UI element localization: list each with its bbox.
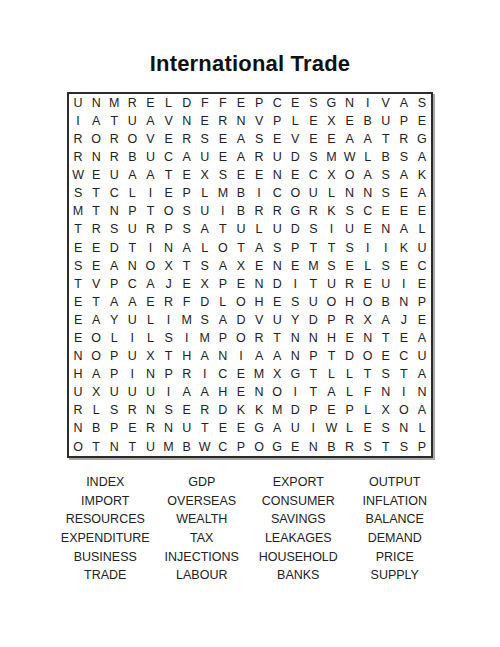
grid-cell[interactable]: R (69, 148, 87, 166)
grid-cell[interactable]: R (87, 221, 105, 239)
grid-cell[interactable]: E (413, 275, 431, 293)
grid-cell[interactable]: D (268, 275, 286, 293)
grid-cell[interactable]: O (141, 257, 159, 275)
grid-cell[interactable]: U (196, 148, 214, 166)
grid-cell[interactable]: M (160, 438, 178, 456)
grid-cell[interactable]: E (232, 420, 250, 438)
grid-cell[interactable]: L (250, 221, 268, 239)
grid-cell[interactable]: H (322, 329, 340, 347)
grid-cell[interactable]: E (322, 402, 340, 420)
grid-cell[interactable]: G (413, 130, 431, 148)
grid-cell[interactable]: S (105, 402, 123, 420)
grid-cell[interactable]: U (377, 112, 395, 130)
grid-cell[interactable]: E (178, 402, 196, 420)
grid-cell[interactable]: R (250, 203, 268, 221)
grid-cell[interactable]: R (105, 130, 123, 148)
grid-cell[interactable]: E (214, 420, 232, 438)
grid-cell[interactable]: P (123, 203, 141, 221)
grid-cell[interactable]: I (250, 184, 268, 202)
grid-cell[interactable]: V (87, 275, 105, 293)
grid-cell[interactable]: U (105, 384, 123, 402)
grid-cell[interactable]: E (359, 420, 377, 438)
grid-cell[interactable]: T (304, 275, 322, 293)
grid-cell[interactable]: B (87, 420, 105, 438)
grid-cell[interactable]: S (196, 130, 214, 148)
word-item[interactable]: DEMAND (348, 529, 443, 548)
grid-cell[interactable]: N (160, 420, 178, 438)
grid-cell[interactable]: P (322, 311, 340, 329)
grid-cell[interactable]: E (141, 94, 159, 112)
grid-cell[interactable]: A (214, 257, 232, 275)
grid-cell[interactable]: N (250, 275, 268, 293)
grid-cell[interactable]: E (87, 239, 105, 257)
grid-cell[interactable]: U (268, 148, 286, 166)
grid-cell[interactable]: A (395, 94, 413, 112)
grid-cell[interactable]: L (322, 365, 340, 383)
grid-cell[interactable]: X (359, 311, 377, 329)
grid-cell[interactable]: C (304, 166, 322, 184)
grid-cell[interactable]: O (232, 293, 250, 311)
grid-cell[interactable]: U (304, 293, 322, 311)
grid-cell[interactable]: E (377, 203, 395, 221)
grid-cell[interactable]: N (395, 420, 413, 438)
grid-cell[interactable]: T (196, 420, 214, 438)
grid-cell[interactable]: E (286, 257, 304, 275)
grid-cell[interactable]: R (214, 112, 232, 130)
grid-cell[interactable]: O (359, 293, 377, 311)
grid-cell[interactable]: X (196, 166, 214, 184)
grid-cell[interactable]: C (105, 184, 123, 202)
grid-cell[interactable]: R (141, 221, 159, 239)
grid-cell[interactable]: L (196, 239, 214, 257)
grid-cell[interactable]: T (377, 130, 395, 148)
grid-cell[interactable]: E (413, 203, 431, 221)
grid-cell[interactable]: E (123, 420, 141, 438)
grid-cell[interactable]: I (377, 239, 395, 257)
grid-cell[interactable]: W (69, 166, 87, 184)
grid-cell[interactable]: U (123, 347, 141, 365)
grid-cell[interactable]: L (322, 184, 340, 202)
grid-cell[interactable]: A (141, 275, 159, 293)
grid-cell[interactable]: V (250, 112, 268, 130)
grid-cell[interactable]: N (178, 112, 196, 130)
grid-cell[interactable]: U (413, 239, 431, 257)
grid-cell[interactable]: R (395, 130, 413, 148)
grid-cell[interactable]: L (214, 293, 232, 311)
grid-cell[interactable]: I (160, 311, 178, 329)
grid-cell[interactable]: J (395, 311, 413, 329)
grid-cell[interactable]: X (141, 347, 159, 365)
grid-cell[interactable]: L (341, 384, 359, 402)
grid-cell[interactable]: I (286, 384, 304, 402)
grid-cell[interactable]: P (304, 402, 322, 420)
grid-cell[interactable]: S (341, 239, 359, 257)
word-item[interactable]: HOUSEHOLD (251, 548, 346, 567)
grid-cell[interactable]: T (395, 365, 413, 383)
grid-cell[interactable]: I (214, 203, 232, 221)
grid-cell[interactable]: U (141, 384, 159, 402)
grid-cell[interactable]: P (105, 420, 123, 438)
grid-cell[interactable]: R (341, 311, 359, 329)
grid-cell[interactable]: Y (286, 311, 304, 329)
grid-cell[interactable]: D (286, 221, 304, 239)
word-item[interactable]: GDP (155, 473, 250, 492)
grid-cell[interactable]: M (105, 94, 123, 112)
grid-cell[interactable]: C (395, 347, 413, 365)
grid-cell[interactable]: I (141, 239, 159, 257)
grid-cell[interactable]: U (377, 275, 395, 293)
word-item[interactable]: INFLATION (348, 492, 443, 511)
grid-cell[interactable]: A (413, 329, 431, 347)
grid-cell[interactable]: S (178, 221, 196, 239)
grid-cell[interactable]: E (232, 275, 250, 293)
grid-cell[interactable]: T (268, 329, 286, 347)
grid-cell[interactable]: L (87, 402, 105, 420)
grid-cell[interactable]: T (214, 221, 232, 239)
grid-cell[interactable]: U (232, 221, 250, 239)
grid-cell[interactable]: E (359, 221, 377, 239)
grid-cell[interactable]: S (377, 365, 395, 383)
grid-cell[interactable]: E (341, 257, 359, 275)
grid-cell[interactable]: L (141, 311, 159, 329)
grid-cell[interactable]: X (322, 112, 340, 130)
grid-cell[interactable]: E (395, 203, 413, 221)
grid-cell[interactable]: L (359, 257, 377, 275)
grid-cell[interactable]: T (87, 184, 105, 202)
grid-cell[interactable]: K (395, 239, 413, 257)
grid-cell[interactable]: I (359, 239, 377, 257)
grid-cell[interactable]: F (196, 94, 214, 112)
grid-cell[interactable]: U (69, 94, 87, 112)
grid-cell[interactable]: E (413, 112, 431, 130)
grid-cell[interactable]: U (123, 311, 141, 329)
grid-cell[interactable]: S (304, 221, 322, 239)
grid-cell[interactable]: N (304, 438, 322, 456)
grid-cell[interactable]: N (69, 347, 87, 365)
grid-cell[interactable]: L (341, 420, 359, 438)
grid-cell[interactable]: S (395, 438, 413, 456)
grid-cell[interactable]: D (232, 311, 250, 329)
grid-cell[interactable]: B (322, 438, 340, 456)
grid-cell[interactable]: T (123, 438, 141, 456)
grid-cell[interactable]: P (160, 221, 178, 239)
grid-cell[interactable]: S (395, 148, 413, 166)
grid-cell[interactable]: E (141, 293, 159, 311)
grid-cell[interactable]: E (286, 166, 304, 184)
grid-cell[interactable]: A (196, 221, 214, 239)
grid-cell[interactable]: N (359, 329, 377, 347)
grid-cell[interactable]: G (268, 438, 286, 456)
grid-cell[interactable]: O (69, 438, 87, 456)
grid-cell[interactable]: T (304, 365, 322, 383)
grid-cell[interactable]: X (232, 257, 250, 275)
grid-cell[interactable]: O (87, 347, 105, 365)
grid-cell[interactable]: D (214, 402, 232, 420)
grid-cell[interactable]: A (359, 166, 377, 184)
grid-cell[interactable]: U (123, 384, 141, 402)
grid-cell[interactable]: U (322, 275, 340, 293)
grid-cell[interactable]: B (178, 438, 196, 456)
grid-cell[interactable]: E (214, 148, 232, 166)
grid-cell[interactable]: O (87, 329, 105, 347)
grid-cell[interactable]: L (359, 402, 377, 420)
grid-cell[interactable]: R (178, 365, 196, 383)
grid-cell[interactable]: E (178, 275, 196, 293)
grid-cell[interactable]: A (141, 112, 159, 130)
grid-cell[interactable]: A (377, 311, 395, 329)
grid-cell[interactable]: O (232, 329, 250, 347)
grid-cell[interactable]: A (268, 347, 286, 365)
grid-cell[interactable]: T (69, 221, 87, 239)
grid-cell[interactable]: I (196, 365, 214, 383)
grid-cell[interactable]: L (105, 329, 123, 347)
grid-cell[interactable]: E (395, 184, 413, 202)
grid-cell[interactable]: I (359, 94, 377, 112)
word-item[interactable]: LEAKAGES (251, 529, 346, 548)
grid-cell[interactable]: O (250, 438, 268, 456)
grid-cell[interactable]: T (304, 239, 322, 257)
grid-cell[interactable]: V (250, 311, 268, 329)
grid-cell[interactable]: M (196, 329, 214, 347)
grid-cell[interactable]: S (69, 257, 87, 275)
grid-cell[interactable]: O (160, 203, 178, 221)
grid-cell[interactable]: N (87, 94, 105, 112)
grid-cell[interactable]: E (304, 130, 322, 148)
grid-cell[interactable]: L (123, 184, 141, 202)
grid-cell[interactable]: F (359, 384, 377, 402)
word-item[interactable]: RESOURCES (58, 510, 153, 529)
grid-cell[interactable]: A (105, 257, 123, 275)
grid-cell[interactable]: U (341, 221, 359, 239)
grid-cell[interactable]: I (395, 384, 413, 402)
grid-cell[interactable]: L (160, 94, 178, 112)
grid-cell[interactable]: S (250, 130, 268, 148)
grid-cell[interactable]: P (232, 438, 250, 456)
grid-cell[interactable]: U (286, 420, 304, 438)
word-item[interactable]: SUPPLY (348, 566, 443, 585)
grid-cell[interactable]: R (69, 402, 87, 420)
grid-cell[interactable]: R (341, 438, 359, 456)
grid-cell[interactable]: L (341, 365, 359, 383)
word-item[interactable]: INDEX (58, 473, 153, 492)
grid-cell[interactable]: K (250, 402, 268, 420)
grid-cell[interactable]: X (196, 275, 214, 293)
grid-cell[interactable]: K (232, 402, 250, 420)
grid-cell[interactable]: B (377, 293, 395, 311)
word-item[interactable]: PRICE (348, 548, 443, 567)
grid-cell[interactable]: P (341, 402, 359, 420)
grid-cell[interactable]: H (214, 384, 232, 402)
grid-cell[interactable]: E (250, 257, 268, 275)
grid-cell[interactable]: E (87, 257, 105, 275)
grid-cell[interactable]: S (359, 438, 377, 456)
grid-cell[interactable]: M (304, 257, 322, 275)
grid-cell[interactable]: R (141, 420, 159, 438)
grid-cell[interactable]: P (214, 275, 232, 293)
grid-cell[interactable]: S (196, 311, 214, 329)
grid-cell[interactable]: R (304, 203, 322, 221)
grid-cell[interactable]: A (178, 239, 196, 257)
grid-cell[interactable]: P (178, 184, 196, 202)
grid-cell[interactable]: L (359, 148, 377, 166)
grid-cell[interactable]: E (232, 384, 250, 402)
grid-cell[interactable]: U (123, 221, 141, 239)
grid-cell[interactable]: D (178, 94, 196, 112)
grid-cell[interactable]: E (322, 130, 340, 148)
grid-cell[interactable]: O (341, 166, 359, 184)
grid-cell[interactable]: A (413, 148, 431, 166)
grid-cell[interactable]: R (341, 275, 359, 293)
grid-cell[interactable]: E (413, 311, 431, 329)
grid-cell[interactable]: I (322, 221, 340, 239)
word-item[interactable]: CONSUMER (251, 492, 346, 511)
grid-cell[interactable]: U (268, 221, 286, 239)
grid-cell[interactable]: S (341, 203, 359, 221)
grid-cell[interactable]: G (250, 420, 268, 438)
grid-cell[interactable]: C (160, 148, 178, 166)
grid-cell[interactable]: M (268, 402, 286, 420)
grid-cell[interactable]: B (232, 184, 250, 202)
grid-cell[interactable]: R (105, 148, 123, 166)
grid-cell[interactable]: A (359, 130, 377, 148)
grid-cell[interactable]: I (232, 347, 250, 365)
grid-cell[interactable]: K (413, 166, 431, 184)
grid-cell[interactable]: M (322, 148, 340, 166)
grid-cell[interactable]: D (286, 402, 304, 420)
grid-cell[interactable]: E (87, 166, 105, 184)
grid-cell[interactable]: R (123, 402, 141, 420)
grid-cell[interactable]: S (377, 166, 395, 184)
grid-cell[interactable]: H (178, 347, 196, 365)
grid-cell[interactable]: T (141, 203, 159, 221)
grid-cell[interactable]: N (268, 257, 286, 275)
grid-cell[interactable]: E (196, 112, 214, 130)
grid-cell[interactable]: C (413, 257, 431, 275)
grid-cell[interactable]: S (268, 239, 286, 257)
grid-cell[interactable]: T (304, 384, 322, 402)
grid-cell[interactable]: O (395, 402, 413, 420)
grid-cell[interactable]: F (214, 94, 232, 112)
grid-cell[interactable]: S (69, 184, 87, 202)
grid-cell[interactable]: N (105, 438, 123, 456)
grid-cell[interactable]: W (196, 438, 214, 456)
grid-cell[interactable]: E (69, 311, 87, 329)
grid-cell[interactable]: D (286, 148, 304, 166)
grid-cell[interactable]: N (377, 384, 395, 402)
word-item[interactable]: OVERSEAS (155, 492, 250, 511)
grid-cell[interactable]: S (322, 257, 340, 275)
word-item[interactable]: OUTPUT (348, 473, 443, 492)
grid-cell[interactable]: P (413, 293, 431, 311)
grid-cell[interactable]: O (359, 347, 377, 365)
grid-cell[interactable]: A (232, 130, 250, 148)
grid-cell[interactable]: O (87, 130, 105, 148)
grid-cell[interactable]: T (178, 257, 196, 275)
grid-cell[interactable]: P (268, 112, 286, 130)
grid-cell[interactable]: U (69, 384, 87, 402)
grid-cell[interactable]: L (413, 221, 431, 239)
grid-cell[interactable]: A (322, 384, 340, 402)
grid-cell[interactable]: R (160, 293, 178, 311)
word-item[interactable]: SAVINGS (251, 510, 346, 529)
grid-cell[interactable]: P (105, 347, 123, 365)
grid-cell[interactable]: C (268, 94, 286, 112)
word-item[interactable]: IMPORT (58, 492, 153, 511)
grid-cell[interactable]: I (69, 112, 87, 130)
grid-cell[interactable]: L (141, 329, 159, 347)
grid-cell[interactable]: E (268, 293, 286, 311)
grid-cell[interactable]: S (178, 203, 196, 221)
grid-cell[interactable]: C (214, 438, 232, 456)
grid-cell[interactable]: E (214, 130, 232, 148)
grid-cell[interactable]: T (359, 365, 377, 383)
grid-cell[interactable]: N (286, 329, 304, 347)
grid-cell[interactable]: A (178, 148, 196, 166)
grid-cell[interactable]: A (341, 130, 359, 148)
grid-cell[interactable]: P (105, 275, 123, 293)
word-item[interactable]: TRADE (58, 566, 153, 585)
grid-cell[interactable]: T (160, 166, 178, 184)
grid-cell[interactable]: T (105, 112, 123, 130)
word-item[interactable]: LABOUR (155, 566, 250, 585)
grid-cell[interactable]: K (322, 203, 340, 221)
grid-cell[interactable]: U (123, 112, 141, 130)
grid-cell[interactable]: M (214, 184, 232, 202)
grid-cell[interactable]: O (214, 239, 232, 257)
grid-cell[interactable]: M (178, 311, 196, 329)
grid-cell[interactable]: S (214, 166, 232, 184)
grid-cell[interactable]: E (286, 438, 304, 456)
grid-cell[interactable]: E (232, 365, 250, 383)
grid-cell[interactable]: H (341, 293, 359, 311)
grid-cell[interactable]: X (377, 402, 395, 420)
grid-cell[interactable]: X (322, 166, 340, 184)
grid-cell[interactable]: R (123, 94, 141, 112)
grid-cell[interactable]: S (160, 329, 178, 347)
grid-cell[interactable]: N (232, 112, 250, 130)
grid-cell[interactable]: A (87, 311, 105, 329)
grid-cell[interactable]: D (341, 347, 359, 365)
grid-cell[interactable]: U (141, 438, 159, 456)
grid-cell[interactable]: T (322, 239, 340, 257)
grid-cell[interactable]: P (160, 365, 178, 383)
grid-cell[interactable]: X (87, 384, 105, 402)
grid-cell[interactable]: E (359, 275, 377, 293)
grid-cell[interactable]: H (69, 365, 87, 383)
grid-cell[interactable]: R (250, 148, 268, 166)
grid-cell[interactable]: A (214, 311, 232, 329)
grid-cell[interactable]: U (141, 148, 159, 166)
grid-cell[interactable]: W (322, 420, 340, 438)
grid-cell[interactable]: N (304, 329, 322, 347)
grid-cell[interactable]: L (196, 184, 214, 202)
grid-cell[interactable]: A (268, 420, 286, 438)
grid-cell[interactable]: B (232, 203, 250, 221)
word-item[interactable]: EXPORT (251, 473, 346, 492)
grid-cell[interactable]: A (413, 184, 431, 202)
grid-cell[interactable]: E (395, 329, 413, 347)
grid-cell[interactable]: C (123, 275, 141, 293)
grid-cell[interactable]: H (250, 293, 268, 311)
grid-cell[interactable]: N (123, 257, 141, 275)
grid-cell[interactable]: R (69, 130, 87, 148)
grid-cell[interactable]: J (160, 275, 178, 293)
grid-cell[interactable]: R (268, 203, 286, 221)
grid-cell[interactable]: V (377, 94, 395, 112)
grid-cell[interactable]: M (69, 203, 87, 221)
grid-cell[interactable]: A (395, 221, 413, 239)
grid-cell[interactable]: E (178, 166, 196, 184)
